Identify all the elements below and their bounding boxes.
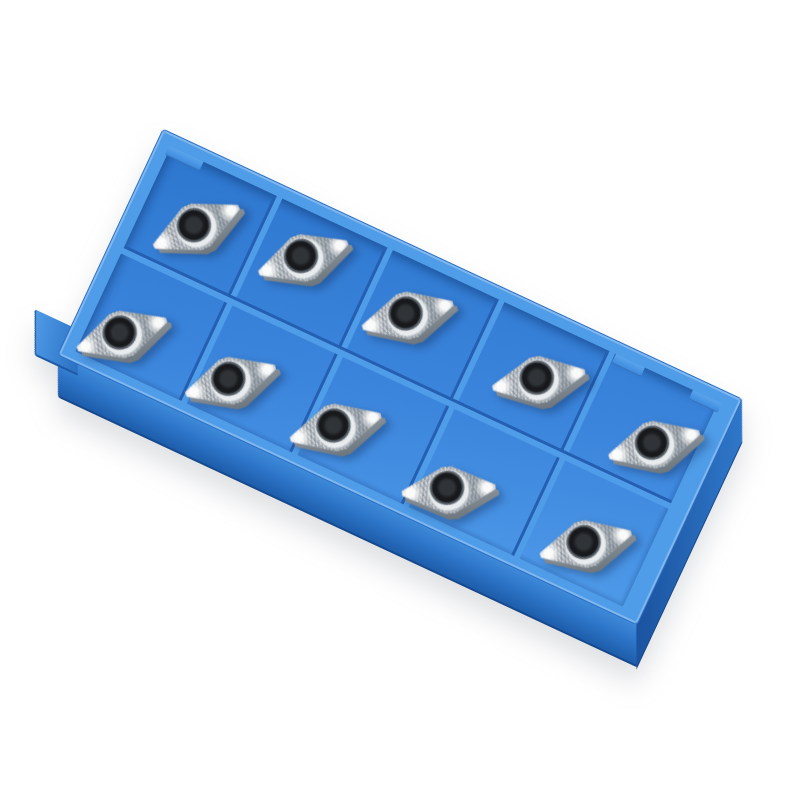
carbide-insert-r1c2: [251, 220, 355, 295]
carbide-insert-r2c4: [400, 463, 497, 516]
carbide-insert-r2c2: [179, 345, 283, 417]
carbide-insert-r1c5: [603, 410, 706, 480]
carbide-insert-r1c3: [356, 281, 459, 351]
carbide-insert-r1c1: [144, 186, 249, 268]
carbide-insert-r1c4: [488, 349, 589, 412]
insert-storage-box: [57, 128, 743, 625]
carbide-insert-r2c1: [70, 298, 174, 372]
carbide-insert-r2c3: [284, 393, 387, 463]
carbide-insert-r2c5: [534, 510, 637, 578]
photo-background: [0, 0, 800, 800]
